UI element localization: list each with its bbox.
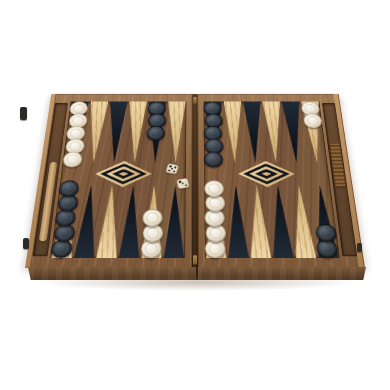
point-7[interactable] [163,185,186,258]
playing-field-right [204,101,340,258]
black-checker[interactable] [316,240,339,259]
white-checker[interactable] [206,195,226,212]
point-8[interactable] [140,185,165,258]
white-checker[interactable] [142,224,163,242]
white-checker[interactable] [62,152,83,168]
hinge-icon [193,97,196,104]
latch-clasp-icon[interactable] [20,107,27,120]
black-checker[interactable] [51,240,74,259]
black-checker[interactable] [54,224,76,242]
diamond-inlay-icon [238,161,297,187]
white-checker[interactable] [205,180,225,197]
point-6[interactable] [204,185,227,258]
backgammon-board [25,94,365,268]
points-row-top-right [204,101,328,163]
black-checker[interactable] [55,209,77,227]
points-row-top-left [63,101,187,163]
point-19[interactable] [204,101,225,163]
latch-clasp-icon[interactable] [23,238,29,249]
white-checker[interactable] [205,240,226,259]
ground-shadow [34,277,360,291]
points-row-bottom-left [50,185,185,258]
black-checker[interactable] [146,126,165,141]
open-case [25,94,365,268]
black-checker[interactable] [315,224,338,242]
board-half-left [25,94,192,268]
white-checker[interactable] [140,240,161,259]
die-1[interactable] [165,164,178,175]
point-17[interactable] [145,101,167,163]
black-checker[interactable] [59,180,81,197]
diamond-inlay-icon [94,161,153,187]
white-checker[interactable] [205,209,225,227]
white-checker[interactable] [303,114,323,128]
latch-clasp-icon[interactable] [357,243,362,252]
board-half-right [198,94,365,268]
hinge-icon [193,255,197,264]
backgammon-set-photo: Wooden backgammon set, open case, standa… [0,0,390,390]
black-checker[interactable] [58,195,80,212]
black-checker[interactable] [204,152,223,168]
points-row-bottom-right [204,185,339,258]
white-checker[interactable] [206,224,227,242]
point-18[interactable] [165,101,186,163]
white-checker[interactable] [142,209,163,227]
tray-wood-block[interactable] [329,143,346,187]
playing-field-left [50,101,186,258]
die-2[interactable] [176,178,189,189]
game-caption: Wooden backgammon set, open case, standa… [0,0,1,1]
